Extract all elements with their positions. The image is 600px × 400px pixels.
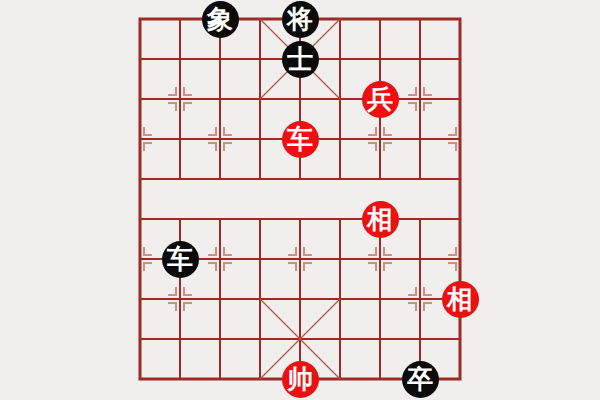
piece-red-elephant-2[interactable]: 相 [442, 281, 479, 318]
piece-black-chariot[interactable]: 车 [162, 241, 199, 278]
piece-red-general[interactable]: 帅 [282, 361, 319, 398]
piece-red-elephant-1[interactable]: 相 [362, 201, 399, 238]
piece-black-advisor[interactable]: 士 [282, 41, 319, 78]
piece-red-soldier[interactable]: 兵 [362, 81, 399, 118]
piece-black-general[interactable]: 将 [282, 1, 319, 38]
piece-black-elephant[interactable]: 象 [202, 1, 239, 38]
piece-red-chariot[interactable]: 车 [282, 121, 319, 158]
xiangqi-board: 象将士兵车相车相卒帅 [0, 0, 600, 400]
board-intersections: 象将士兵车相车相卒帅 [120, 0, 480, 399]
piece-black-soldier[interactable]: 卒 [402, 361, 439, 398]
